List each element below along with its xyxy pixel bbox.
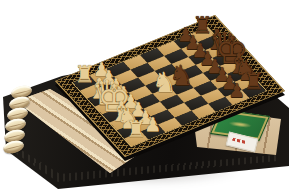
note-card-print [232,138,246,144]
card-box-emblem [228,121,252,129]
chess-set-photo: ♜♝♛♚♝♞♜♟♟♟♟♟♟♟♟♞♞♟♟♟♟♟♟♟♟♜♝♛♚♝♞♜ [0,0,290,190]
black-rook-a8: ♜ [185,14,219,37]
